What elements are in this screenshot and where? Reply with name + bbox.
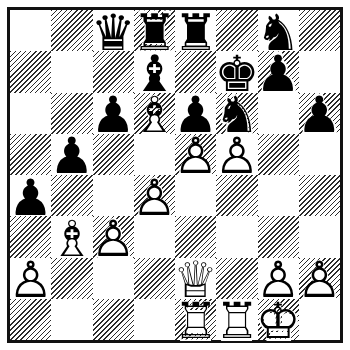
square-h4[interactable] [299, 175, 340, 216]
square-h8[interactable] [299, 10, 340, 51]
square-c1[interactable] [93, 299, 134, 340]
piece-glyph: ♛ [93, 12, 134, 53]
square-f5[interactable]: ♟♙ [216, 134, 257, 175]
square-c2[interactable] [93, 258, 134, 299]
black-pawn-h6: ♟♟ [299, 93, 340, 134]
piece-glyph: ♖ [175, 301, 216, 342]
square-b3[interactable]: ♝♗ [51, 216, 92, 257]
square-b5[interactable]: ♟♟ [51, 134, 92, 175]
piece-glyph: ♟ [93, 95, 134, 136]
square-d2[interactable] [134, 258, 175, 299]
black-queen-c8: ♛♛ [93, 10, 134, 51]
square-d4[interactable]: ♟♙ [134, 175, 175, 216]
piece-glyph: ♔ [258, 301, 299, 342]
white-bishop-b3: ♝♗ [51, 216, 92, 257]
white-pawn-a2: ♟♙ [10, 258, 51, 299]
piece-glyph: ♙ [10, 260, 51, 301]
piece-glyph: ♟ [10, 177, 51, 218]
black-pawn-a4: ♟♟ [10, 175, 51, 216]
piece-glyph: ♟ [51, 136, 92, 177]
white-pawn-h2: ♟♙ [299, 258, 340, 299]
chess-board: ♛♛♜♜♜♜♞♞♝♝♚♚♟♟♟♟♝♗♟♟♞♞♟♟♟♟♟♙♟♙♟♟♟♙♝♗♟♙♟♙… [7, 7, 343, 343]
white-pawn-d4: ♟♙ [134, 175, 175, 216]
square-c6[interactable]: ♟♟ [93, 93, 134, 134]
piece-glyph: ♙ [93, 218, 134, 259]
piece-glyph: ♙ [175, 136, 216, 177]
square-a6[interactable] [10, 93, 51, 134]
square-g1[interactable]: ♚♔ [258, 299, 299, 340]
square-b7[interactable] [51, 51, 92, 92]
black-rook-e8: ♜♜ [175, 10, 216, 51]
square-a2[interactable]: ♟♙ [10, 258, 51, 299]
square-a4[interactable]: ♟♟ [10, 175, 51, 216]
square-c8[interactable]: ♛♛ [93, 10, 134, 51]
square-f1[interactable]: ♜♖ [216, 299, 257, 340]
square-f3[interactable] [216, 216, 257, 257]
square-c5[interactable] [93, 134, 134, 175]
square-f4[interactable] [216, 175, 257, 216]
square-g7[interactable]: ♟♟ [258, 51, 299, 92]
black-pawn-b5: ♟♟ [51, 134, 92, 175]
square-e8[interactable]: ♜♜ [175, 10, 216, 51]
square-d6[interactable]: ♝♗ [134, 93, 175, 134]
white-king-g1: ♚♔ [258, 299, 299, 340]
piece-glyph: ♗ [51, 218, 92, 259]
piece-glyph: ♜ [175, 12, 216, 53]
white-bishop-d6: ♝♗ [134, 93, 175, 134]
piece-glyph: ♟ [258, 53, 299, 94]
white-rook-f1: ♜♖ [216, 299, 257, 340]
square-c3[interactable]: ♟♙ [93, 216, 134, 257]
square-d3[interactable] [134, 216, 175, 257]
square-b2[interactable] [51, 258, 92, 299]
square-b1[interactable] [51, 299, 92, 340]
piece-glyph: ♙ [134, 177, 175, 218]
black-pawn-g7: ♟♟ [258, 51, 299, 92]
white-pawn-e5: ♟♙ [175, 134, 216, 175]
square-g4[interactable] [258, 175, 299, 216]
square-d1[interactable] [134, 299, 175, 340]
square-a7[interactable] [10, 51, 51, 92]
square-e4[interactable] [175, 175, 216, 216]
white-pawn-f5: ♟♙ [216, 134, 257, 175]
square-h5[interactable] [299, 134, 340, 175]
square-a1[interactable] [10, 299, 51, 340]
square-h6[interactable]: ♟♟ [299, 93, 340, 134]
piece-glyph: ♗ [134, 95, 175, 136]
piece-glyph: ♙ [216, 136, 257, 177]
piece-glyph: ♟ [299, 95, 340, 136]
black-pawn-c6: ♟♟ [93, 93, 134, 134]
piece-glyph: ♖ [216, 301, 257, 342]
white-rook-e1: ♜♖ [175, 299, 216, 340]
square-h2[interactable]: ♟♙ [299, 258, 340, 299]
square-e5[interactable]: ♟♙ [175, 134, 216, 175]
square-g5[interactable] [258, 134, 299, 175]
square-a8[interactable] [10, 10, 51, 51]
white-pawn-c3: ♟♙ [93, 216, 134, 257]
square-b8[interactable] [51, 10, 92, 51]
piece-glyph: ♙ [299, 260, 340, 301]
square-h1[interactable] [299, 299, 340, 340]
square-e1[interactable]: ♜♖ [175, 299, 216, 340]
square-g6[interactable] [258, 93, 299, 134]
